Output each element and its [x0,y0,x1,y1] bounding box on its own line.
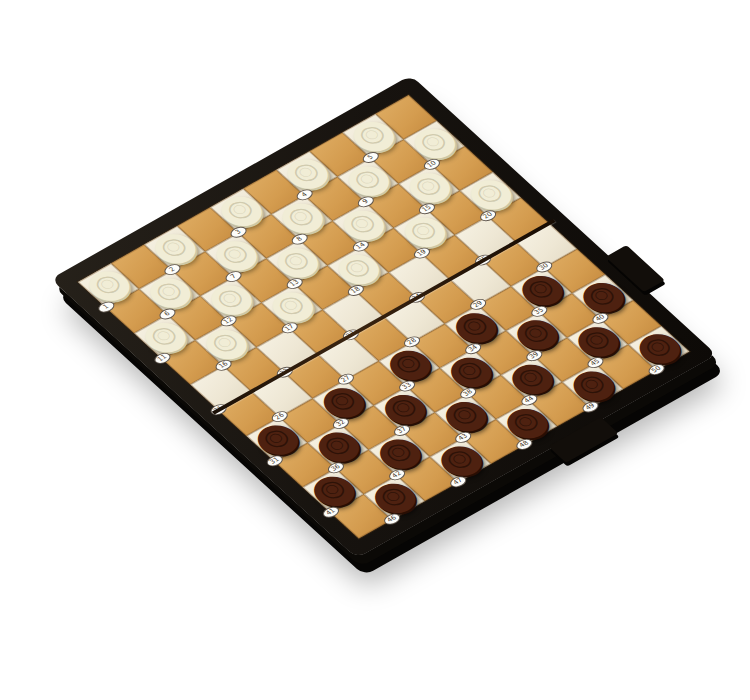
photo-background: 1●○○2●○○3●○○4●○○5●○○6●○○7●○○8●○○9●○○10●○… [0,0,750,700]
board-plane: 1●○○2●○○3●○○4●○○5●○○6●○○7●○○8●○○9●○○10●○… [78,95,689,538]
